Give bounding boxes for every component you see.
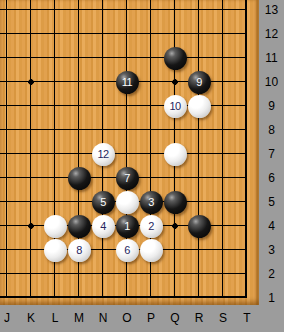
intersection-P11[interactable] bbox=[139, 46, 163, 70]
stone-black-O10: 11 bbox=[116, 71, 139, 94]
file-label-P: P bbox=[139, 311, 163, 325]
rank-label-7: 7 bbox=[259, 147, 284, 161]
intersection-O10[interactable]: 11 bbox=[115, 70, 139, 94]
intersection-O8[interactable] bbox=[115, 118, 139, 142]
intersection-S9[interactable] bbox=[211, 94, 235, 118]
intersection-N6[interactable] bbox=[91, 166, 115, 190]
intersection-P9[interactable] bbox=[139, 94, 163, 118]
intersection-N7[interactable]: 12 bbox=[91, 142, 115, 166]
intersection-J12[interactable] bbox=[0, 22, 19, 46]
file-label-N: N bbox=[91, 311, 115, 325]
intersection-O2[interactable] bbox=[115, 262, 139, 286]
intersection-T12[interactable] bbox=[235, 22, 259, 46]
board-grid: 119101275341286 bbox=[0, 0, 259, 305]
file-label-T: T bbox=[235, 311, 259, 325]
intersection-M10[interactable] bbox=[67, 70, 91, 94]
intersection-J11[interactable] bbox=[0, 46, 19, 70]
intersection-S4[interactable] bbox=[211, 214, 235, 238]
rank-label-13: 13 bbox=[259, 3, 284, 17]
intersection-K13[interactable] bbox=[19, 0, 43, 22]
intersection-Q8[interactable] bbox=[163, 118, 187, 142]
rank-label-8: 8 bbox=[259, 123, 284, 137]
intersection-P3[interactable] bbox=[139, 238, 163, 262]
intersection-T11[interactable] bbox=[235, 46, 259, 70]
intersection-K11[interactable] bbox=[19, 46, 43, 70]
move-number: 11 bbox=[122, 77, 132, 88]
intersection-N11[interactable] bbox=[91, 46, 115, 70]
intersection-N13[interactable] bbox=[91, 0, 115, 22]
intersection-R12[interactable] bbox=[187, 22, 211, 46]
intersection-K3[interactable] bbox=[19, 238, 43, 262]
stone-white-R9 bbox=[188, 95, 211, 118]
intersection-Q7[interactable] bbox=[163, 142, 187, 166]
stone-white-N4: 4 bbox=[92, 215, 115, 238]
intersection-T7[interactable] bbox=[235, 142, 259, 166]
intersection-P4[interactable]: 2 bbox=[139, 214, 163, 238]
file-label-K: K bbox=[19, 311, 43, 325]
intersection-S13[interactable] bbox=[211, 0, 235, 22]
intersection-N10[interactable] bbox=[91, 70, 115, 94]
intersection-R2[interactable] bbox=[187, 262, 211, 286]
move-number: 6 bbox=[124, 245, 130, 256]
stone-white-Q9: 10 bbox=[164, 95, 187, 118]
intersection-K5[interactable] bbox=[19, 190, 43, 214]
rank-label-10: 10 bbox=[259, 75, 284, 89]
intersection-L6[interactable] bbox=[43, 166, 67, 190]
stone-black-Q11 bbox=[164, 47, 187, 70]
intersection-T8[interactable] bbox=[235, 118, 259, 142]
stone-white-M3: 8 bbox=[68, 239, 91, 262]
file-label-Q: Q bbox=[163, 311, 187, 325]
intersection-K2[interactable] bbox=[19, 262, 43, 286]
intersection-T5[interactable] bbox=[235, 190, 259, 214]
rank-label-3: 3 bbox=[259, 243, 284, 257]
move-number: 8 bbox=[76, 245, 82, 256]
intersection-S6[interactable] bbox=[211, 166, 235, 190]
intersection-J6[interactable] bbox=[0, 166, 19, 190]
intersection-O1[interactable] bbox=[115, 286, 139, 305]
intersection-J5[interactable] bbox=[0, 190, 19, 214]
intersection-N5[interactable]: 5 bbox=[91, 190, 115, 214]
intersection-S12[interactable] bbox=[211, 22, 235, 46]
intersection-P2[interactable] bbox=[139, 262, 163, 286]
intersection-K4[interactable] bbox=[19, 214, 43, 238]
intersection-N12[interactable] bbox=[91, 22, 115, 46]
intersection-J10[interactable] bbox=[0, 70, 19, 94]
file-label-L: L bbox=[43, 311, 67, 325]
intersection-Q11[interactable] bbox=[163, 46, 187, 70]
move-number: 9 bbox=[196, 77, 202, 88]
intersection-Q3[interactable] bbox=[163, 238, 187, 262]
intersection-P10[interactable] bbox=[139, 70, 163, 94]
stone-black-O6: 7 bbox=[116, 167, 139, 190]
intersection-L13[interactable] bbox=[43, 0, 67, 22]
intersection-J2[interactable] bbox=[0, 262, 19, 286]
intersection-R9[interactable] bbox=[187, 94, 211, 118]
stone-black-R10: 9 bbox=[188, 71, 211, 94]
intersection-M4[interactable] bbox=[67, 214, 91, 238]
intersection-P5[interactable]: 3 bbox=[139, 190, 163, 214]
intersection-T6[interactable] bbox=[235, 166, 259, 190]
stone-white-O3: 6 bbox=[116, 239, 139, 262]
intersection-L10[interactable] bbox=[43, 70, 67, 94]
stone-black-P5: 3 bbox=[140, 191, 163, 214]
intersection-P13[interactable] bbox=[139, 0, 163, 22]
stone-white-N7: 12 bbox=[92, 143, 115, 166]
intersection-K1[interactable] bbox=[19, 286, 43, 305]
intersection-Q13[interactable] bbox=[163, 0, 187, 22]
intersection-L7[interactable] bbox=[43, 142, 67, 166]
intersection-M8[interactable] bbox=[67, 118, 91, 142]
intersection-R3[interactable] bbox=[187, 238, 211, 262]
file-label-O: O bbox=[115, 311, 139, 325]
intersection-M6[interactable] bbox=[67, 166, 91, 190]
rank-label-4: 4 bbox=[259, 219, 284, 233]
intersection-R6[interactable] bbox=[187, 166, 211, 190]
rank-label-6: 6 bbox=[259, 171, 284, 185]
intersection-L5[interactable] bbox=[43, 190, 67, 214]
intersection-M11[interactable] bbox=[67, 46, 91, 70]
intersection-R11[interactable] bbox=[187, 46, 211, 70]
rank-label-strip: 13121110987654321 bbox=[259, 0, 284, 332]
intersection-P12[interactable] bbox=[139, 22, 163, 46]
intersection-N1[interactable] bbox=[91, 286, 115, 305]
intersection-N9[interactable] bbox=[91, 94, 115, 118]
intersection-S2[interactable] bbox=[211, 262, 235, 286]
intersection-O4[interactable]: 1 bbox=[115, 214, 139, 238]
intersection-O5[interactable] bbox=[115, 190, 139, 214]
rank-label-1: 1 bbox=[259, 291, 284, 305]
intersection-R8[interactable] bbox=[187, 118, 211, 142]
intersection-P7[interactable] bbox=[139, 142, 163, 166]
intersection-N8[interactable] bbox=[91, 118, 115, 142]
file-label-S: S bbox=[211, 311, 235, 325]
intersection-L11[interactable] bbox=[43, 46, 67, 70]
intersection-T2[interactable] bbox=[235, 262, 259, 286]
intersection-N4[interactable]: 4 bbox=[91, 214, 115, 238]
intersection-J7[interactable] bbox=[0, 142, 19, 166]
intersection-J3[interactable] bbox=[0, 238, 19, 262]
intersection-T10[interactable] bbox=[235, 70, 259, 94]
intersection-N3[interactable] bbox=[91, 238, 115, 262]
move-number: 1 bbox=[124, 221, 130, 232]
intersection-Q4[interactable] bbox=[163, 214, 187, 238]
intersection-L12[interactable] bbox=[43, 22, 67, 46]
intersection-R1[interactable] bbox=[187, 286, 211, 305]
intersection-P6[interactable] bbox=[139, 166, 163, 190]
intersection-O7[interactable] bbox=[115, 142, 139, 166]
stone-black-N5: 5 bbox=[92, 191, 115, 214]
file-label-R: R bbox=[187, 311, 211, 325]
intersection-M2[interactable] bbox=[67, 262, 91, 286]
intersection-M9[interactable] bbox=[67, 94, 91, 118]
stone-black-M6 bbox=[68, 167, 91, 190]
intersection-S7[interactable] bbox=[211, 142, 235, 166]
intersection-T4[interactable] bbox=[235, 214, 259, 238]
intersection-J4[interactable] bbox=[0, 214, 19, 238]
intersection-K7[interactable] bbox=[19, 142, 43, 166]
intersection-T3[interactable] bbox=[235, 238, 259, 262]
intersection-T1[interactable] bbox=[235, 286, 259, 305]
intersection-L8[interactable] bbox=[43, 118, 67, 142]
rank-label-11: 11 bbox=[259, 51, 284, 65]
intersection-K6[interactable] bbox=[19, 166, 43, 190]
stone-black-R4 bbox=[188, 215, 211, 238]
intersection-S3[interactable] bbox=[211, 238, 235, 262]
intersection-R7[interactable] bbox=[187, 142, 211, 166]
intersection-P1[interactable] bbox=[139, 286, 163, 305]
move-number: 10 bbox=[169, 101, 180, 112]
intersection-N2[interactable] bbox=[91, 262, 115, 286]
intersection-O9[interactable] bbox=[115, 94, 139, 118]
intersection-L9[interactable] bbox=[43, 94, 67, 118]
move-number: 4 bbox=[100, 221, 106, 232]
intersection-K12[interactable] bbox=[19, 22, 43, 46]
intersection-O3[interactable]: 6 bbox=[115, 238, 139, 262]
move-number: 2 bbox=[148, 221, 154, 232]
intersection-S1[interactable] bbox=[211, 286, 235, 305]
stone-black-M4 bbox=[68, 215, 91, 238]
intersection-M13[interactable] bbox=[67, 0, 91, 22]
intersection-S10[interactable] bbox=[211, 70, 235, 94]
intersection-Q1[interactable] bbox=[163, 286, 187, 305]
intersection-L3[interactable] bbox=[43, 238, 67, 262]
intersection-M3[interactable]: 8 bbox=[67, 238, 91, 262]
intersection-J13[interactable] bbox=[0, 0, 19, 22]
intersection-T13[interactable] bbox=[235, 0, 259, 22]
intersection-M7[interactable] bbox=[67, 142, 91, 166]
move-number: 12 bbox=[97, 149, 108, 160]
go-board: 119101275341286 bbox=[0, 0, 259, 305]
intersection-J1[interactable] bbox=[0, 286, 19, 305]
move-number: 3 bbox=[148, 197, 154, 208]
intersection-J9[interactable] bbox=[0, 94, 19, 118]
stone-white-Q7 bbox=[164, 143, 187, 166]
go-board-screenshot: 119101275341286 13121110987654321 JKLMNO… bbox=[0, 0, 284, 332]
intersection-O11[interactable] bbox=[115, 46, 139, 70]
intersection-S5[interactable] bbox=[211, 190, 235, 214]
intersection-Q10[interactable] bbox=[163, 70, 187, 94]
stone-white-L4 bbox=[44, 215, 67, 238]
move-number: 7 bbox=[124, 173, 130, 184]
intersection-S8[interactable] bbox=[211, 118, 235, 142]
intersection-O12[interactable] bbox=[115, 22, 139, 46]
rank-label-2: 2 bbox=[259, 267, 284, 281]
intersection-Q2[interactable] bbox=[163, 262, 187, 286]
intersection-L4[interactable] bbox=[43, 214, 67, 238]
intersection-O6[interactable]: 7 bbox=[115, 166, 139, 190]
intersection-O13[interactable] bbox=[115, 0, 139, 22]
intersection-R4[interactable] bbox=[187, 214, 211, 238]
intersection-K8[interactable] bbox=[19, 118, 43, 142]
move-number: 5 bbox=[100, 197, 106, 208]
intersection-M5[interactable] bbox=[67, 190, 91, 214]
intersection-L2[interactable] bbox=[43, 262, 67, 286]
intersection-P8[interactable] bbox=[139, 118, 163, 142]
intersection-J8[interactable] bbox=[0, 118, 19, 142]
intersection-R13[interactable] bbox=[187, 0, 211, 22]
stone-black-Q5 bbox=[164, 191, 187, 214]
intersection-R10[interactable]: 9 bbox=[187, 70, 211, 94]
stone-white-L3 bbox=[44, 239, 67, 262]
intersection-M1[interactable] bbox=[67, 286, 91, 305]
file-label-M: M bbox=[67, 311, 91, 325]
intersection-S11[interactable] bbox=[211, 46, 235, 70]
intersection-Q6[interactable] bbox=[163, 166, 187, 190]
stone-white-O5 bbox=[116, 191, 139, 214]
file-label-strip: JKLMNOPQRST bbox=[0, 305, 259, 332]
intersection-Q12[interactable] bbox=[163, 22, 187, 46]
intersection-K10[interactable] bbox=[19, 70, 43, 94]
stone-white-P3 bbox=[140, 239, 163, 262]
intersection-L1[interactable] bbox=[43, 286, 67, 305]
rank-label-9: 9 bbox=[259, 99, 284, 113]
intersection-Q9[interactable]: 10 bbox=[163, 94, 187, 118]
intersection-Q5[interactable] bbox=[163, 190, 187, 214]
stone-black-O4: 1 bbox=[116, 215, 139, 238]
rank-label-12: 12 bbox=[259, 27, 284, 41]
intersection-R5[interactable] bbox=[187, 190, 211, 214]
stone-white-P4: 2 bbox=[140, 215, 163, 238]
intersection-K9[interactable] bbox=[19, 94, 43, 118]
intersection-T9[interactable] bbox=[235, 94, 259, 118]
file-label-J: J bbox=[0, 311, 19, 325]
rank-label-5: 5 bbox=[259, 195, 284, 209]
intersection-M12[interactable] bbox=[67, 22, 91, 46]
